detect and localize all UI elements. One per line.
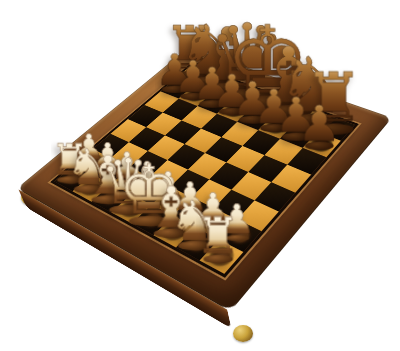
board-frame: ♜♞♝♛♚♝♞♜♟♟♟♟♟♟♟♟♟♟♟♟♟♟♟♟♜♞♝♛♚♝♞♜	[17, 47, 392, 311]
board-perspective-rig: ♜♞♝♛♚♝♞♜♟♟♟♟♟♟♟♟♟♟♟♟♟♟♟♟♜♞♝♛♚♝♞♜	[49, 0, 362, 309]
piece-white-rook: ♜	[196, 211, 240, 260]
square-h1: ♜	[200, 239, 244, 273]
piece-black-pawn: ♟	[297, 98, 341, 147]
chess-board: ♜♞♝♛♚♝♞♜♟♟♟♟♟♟♟♟♟♟♟♟♟♟♟♟♜♞♝♛♚♝♞♜	[17, 47, 392, 311]
brass-foot-front	[233, 325, 253, 342]
chess-set-photo: ♜♞♝♛♚♝♞♜♟♟♟♟♟♟♟♟♟♟♟♟♟♟♟♟♜♞♝♛♚♝♞♜	[0, 0, 400, 351]
square-h4	[255, 182, 296, 211]
